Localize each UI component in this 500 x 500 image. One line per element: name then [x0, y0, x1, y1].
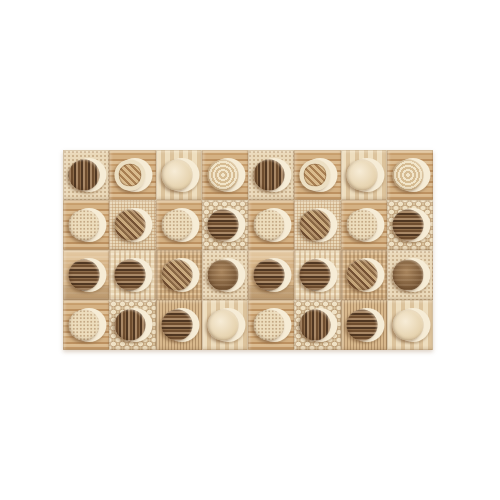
cell-r3c2: [109, 250, 155, 300]
cell-r4c1: [63, 300, 109, 350]
disc-ring-diag: [115, 160, 146, 191]
disc-cream-dots: [161, 210, 192, 241]
disc-cream-dots: [346, 210, 377, 241]
cell-r2c3: [156, 200, 202, 250]
disc-cream-dots: [69, 210, 100, 241]
disc-cream-rings: [207, 160, 238, 191]
disc-wood-diag: [300, 210, 331, 241]
cell-r1c2: [109, 150, 155, 200]
disc-wood-v: [300, 310, 331, 341]
cell-r3c5: [248, 250, 294, 300]
cell-r2c4: [202, 200, 248, 250]
cell-r1c5: [248, 150, 294, 200]
cell-r4c4: [202, 300, 248, 350]
disc-cream-plain: [392, 310, 423, 341]
disc-cream-dots: [69, 310, 100, 341]
cell-r2c1: [63, 200, 109, 250]
disc-wood-h: [69, 260, 100, 291]
cell-r2c2: [109, 200, 155, 250]
cell-r1c4: [202, 150, 248, 200]
cell-r2c6: [294, 200, 340, 250]
disc-cream-dots: [254, 210, 285, 241]
disc-ring-diag: [300, 160, 331, 191]
disc-wood-diag: [161, 260, 192, 291]
cell-r3c8: [387, 250, 433, 300]
disc-wood-h: [300, 260, 331, 291]
disc-wood-h: [207, 210, 238, 241]
cell-r1c7: [341, 150, 387, 200]
cell-r4c2: [109, 300, 155, 350]
disc-wood-h: [254, 260, 285, 291]
cell-r1c1: [63, 150, 109, 200]
cell-r4c5: [248, 300, 294, 350]
cell-r1c3: [156, 150, 202, 200]
disc-wood-plain: [207, 260, 238, 291]
disc-wood-h: [346, 310, 377, 341]
board: [63, 150, 433, 350]
cell-r2c7: [341, 200, 387, 250]
disc-wood-h: [115, 260, 146, 291]
cell-r4c7: [341, 300, 387, 350]
cell-r3c1: [63, 250, 109, 300]
disc-cream-plain: [161, 160, 192, 191]
cell-r3c7: [341, 250, 387, 300]
photo-background: [0, 0, 500, 500]
cell-r4c3: [156, 300, 202, 350]
disc-wood-h: [161, 310, 192, 341]
disc-wood-diag: [346, 260, 377, 291]
disc-wood-v: [69, 160, 100, 191]
cell-r2c8: [387, 200, 433, 250]
cell-r3c6: [294, 250, 340, 300]
disc-cream-dots: [254, 310, 285, 341]
disc-cream-plain: [346, 160, 377, 191]
disc-cream-plain: [207, 310, 238, 341]
cell-r1c6: [294, 150, 340, 200]
disc-wood-v: [254, 160, 285, 191]
cell-r3c3: [156, 250, 202, 300]
disc-wood-h: [392, 210, 423, 241]
disc-wood-diag: [115, 210, 146, 241]
cell-r1c8: [387, 150, 433, 200]
cell-r4c6: [294, 300, 340, 350]
cell-r4c8: [387, 300, 433, 350]
cell-r3c4: [202, 250, 248, 300]
disc-wood-v: [115, 310, 146, 341]
disc-cream-rings: [392, 160, 423, 191]
cell-r2c5: [248, 200, 294, 250]
disc-wood-plain: [392, 260, 423, 291]
